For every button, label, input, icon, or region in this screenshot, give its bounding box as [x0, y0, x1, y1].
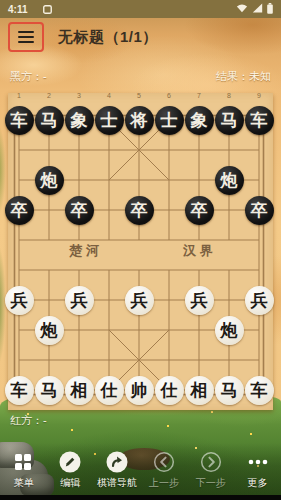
file-number-label: 2 [47, 92, 51, 99]
piece-black-炮[interactable]: 炮 [215, 166, 244, 195]
edit-icon [59, 451, 81, 473]
battery-icon [267, 3, 273, 16]
foliage-edge [0, 110, 8, 410]
piece-black-卒[interactable]: 卒 [185, 196, 214, 225]
file-number-label: 9 [257, 92, 261, 99]
piece-red-兵[interactable]: 兵 [5, 286, 34, 315]
piece-black-象[interactable]: 象 [65, 106, 94, 135]
hamburger-menu-button[interactable] [8, 22, 44, 52]
wifi-icon [236, 3, 248, 15]
status-bar: 4:11 [0, 0, 281, 18]
piece-red-仕[interactable]: 仕 [155, 376, 184, 405]
page-title: 无标题（1/1） [58, 28, 158, 47]
file-number-label: 3 [77, 92, 81, 99]
piece-red-兵[interactable]: 兵 [125, 286, 154, 315]
more-button[interactable]: 更多 [234, 443, 281, 495]
file-number-label: 1 [17, 92, 21, 99]
piece-black-卒[interactable]: 卒 [5, 196, 34, 225]
piece-red-相[interactable]: 相 [65, 376, 94, 405]
hamburger-icon [18, 31, 34, 33]
piece-black-车[interactable]: 车 [245, 106, 274, 135]
river-labels: 楚河 汉界 [8, 242, 273, 268]
chevron-left-icon [153, 451, 175, 473]
river-left-label: 楚河 [69, 242, 103, 260]
black-side-label: 黑方：- [10, 69, 47, 84]
piece-red-兵[interactable]: 兵 [65, 286, 94, 315]
piece-red-帅[interactable]: 帅 [125, 376, 154, 405]
piece-red-马[interactable]: 马 [35, 376, 64, 405]
piece-red-马[interactable]: 马 [215, 376, 244, 405]
edit-button[interactable]: 编辑 [47, 443, 94, 495]
piece-red-兵[interactable]: 兵 [245, 286, 274, 315]
record-nav-button[interactable]: 棋谱导航 [94, 443, 141, 495]
red-side-label: 红方：- [10, 413, 47, 428]
clock-label: 4:11 [8, 4, 27, 15]
piece-black-象[interactable]: 象 [185, 106, 214, 135]
piece-red-车[interactable]: 车 [5, 376, 34, 405]
xiangqi-board[interactable]: 123456789 九八七六五四三二一 楚河 汉界 车马象士将士象马车炮炮卒卒卒… [8, 93, 273, 410]
piece-red-炮[interactable]: 炮 [215, 316, 244, 345]
piece-red-相[interactable]: 相 [185, 376, 214, 405]
piece-red-仕[interactable]: 仕 [95, 376, 124, 405]
app-bar: 无标题（1/1） [0, 18, 281, 56]
result-label: 结果：未知 [216, 69, 271, 84]
piece-black-马[interactable]: 马 [215, 106, 244, 135]
file-number-label: 8 [227, 92, 231, 99]
piece-red-炮[interactable]: 炮 [35, 316, 64, 345]
piece-black-将[interactable]: 将 [125, 106, 154, 135]
next-move-button[interactable]: 下一步 [187, 443, 234, 495]
notification-icon [43, 5, 52, 14]
piece-black-车[interactable]: 车 [5, 106, 34, 135]
file-number-label: 5 [137, 92, 141, 99]
bottom-toolbar: 菜单 编辑 棋谱导航 上一步 下一步 [0, 443, 281, 495]
more-dots-icon [247, 451, 269, 473]
signal-icon [252, 3, 263, 15]
piece-red-兵[interactable]: 兵 [185, 286, 214, 315]
grid-menu-icon [15, 451, 31, 473]
file-number-label: 7 [197, 92, 201, 99]
piece-black-士[interactable]: 士 [155, 106, 184, 135]
piece-black-炮[interactable]: 炮 [35, 166, 64, 195]
file-number-label: 6 [167, 92, 171, 99]
piece-black-卒[interactable]: 卒 [245, 196, 274, 225]
piece-black-卒[interactable]: 卒 [125, 196, 154, 225]
piece-red-车[interactable]: 车 [245, 376, 274, 405]
chevron-right-icon [200, 451, 222, 473]
game-info-row: 黑方：- 结果：未知 [10, 69, 271, 84]
file-number-label: 4 [107, 92, 111, 99]
menu-button[interactable]: 菜单 [0, 443, 47, 495]
piece-black-马[interactable]: 马 [35, 106, 64, 135]
app-screen: 4:11 无标题（1/1） 黑方：- 结果：未知 [0, 0, 281, 500]
gesture-bar [0, 495, 281, 500]
piece-black-卒[interactable]: 卒 [65, 196, 94, 225]
record-nav-icon [106, 451, 128, 473]
prev-move-button[interactable]: 上一步 [140, 443, 187, 495]
piece-black-士[interactable]: 士 [95, 106, 124, 135]
river-right-label: 汉界 [183, 242, 217, 260]
